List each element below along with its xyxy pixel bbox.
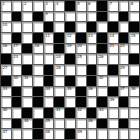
letter-cell[interactable] [33,54,43,64]
clue-number: 42 [77,108,82,112]
letter-cell[interactable] [54,12,64,22]
letter-cell[interactable] [12,22,22,32]
blocked-cell [54,44,64,54]
blocked-cell [1,54,11,64]
clue-number: 7 [109,2,111,6]
clue-number: 40 [3,108,8,112]
letter-cell[interactable] [22,33,32,43]
letter-cell[interactable]: 5 [76,1,86,11]
blocked-cell [97,119,107,129]
clue-number: 47 [3,130,8,134]
letter-cell[interactable] [97,87,107,97]
blocked-cell [12,87,22,97]
letter-cell[interactable] [119,22,129,32]
clue-number: 45 [45,119,50,123]
clue-number: 21 [109,44,114,48]
blocked-cell [33,119,43,129]
letter-cell[interactable] [54,129,64,139]
letter-cell[interactable] [54,119,64,129]
blocked-cell [12,12,22,22]
blocked-cell [54,33,64,43]
clue-number: 23 [13,55,18,59]
blocked-cell [97,1,107,11]
letter-cell[interactable] [44,97,54,107]
clue-number: 10 [3,23,8,27]
clue-number: 2 [24,2,26,6]
letter-cell[interactable] [1,33,11,43]
clue-number: 28 [56,66,61,70]
clue-number: 25 [77,55,82,59]
blocked-cell [1,76,11,86]
letter-cell[interactable] [33,108,43,118]
letter-cell[interactable] [87,44,97,54]
clue-number: 20 [77,44,82,48]
clue-number: 36 [88,87,93,91]
letter-cell[interactable]: 37 [119,87,129,97]
clue-number: 11 [45,34,50,38]
blocked-cell [76,87,86,97]
blocked-cell [65,129,75,139]
clue-number: 37 [120,87,125,91]
crossword-grid: 1234567891011121314151617181920212223242… [0,0,140,140]
letter-cell[interactable]: 16 [1,44,11,54]
letter-cell[interactable] [12,129,22,139]
letter-cell[interactable] [129,97,139,107]
letter-cell[interactable] [22,87,32,97]
letter-cell[interactable] [44,44,54,54]
letter-cell[interactable] [65,12,75,22]
letter-cell[interactable] [22,54,32,64]
blocked-cell [12,33,22,43]
letter-cell[interactable] [76,76,86,86]
letter-cell[interactable] [33,1,43,11]
letter-cell[interactable]: 30 [12,76,22,86]
letter-cell[interactable]: 34 [44,87,54,97]
clue-number: 46 [88,119,93,123]
letter-cell[interactable] [108,129,118,139]
blocked-cell [44,108,54,118]
letter-cell[interactable] [97,22,107,32]
clue-number: 33 [3,87,8,91]
letter-cell[interactable]: 8 [129,1,139,11]
letter-cell[interactable] [119,54,129,64]
letter-cell[interactable] [87,97,97,107]
letter-cell[interactable] [54,76,64,86]
letter-cell[interactable] [108,54,118,64]
letter-cell[interactable]: 33 [1,87,11,97]
clue-number: 4 [56,2,58,6]
letter-cell[interactable]: 31 [22,76,32,86]
letter-cell[interactable]: 49 [76,129,86,139]
letter-cell[interactable]: 28 [54,65,64,75]
letter-cell[interactable] [97,65,107,75]
letter-cell[interactable]: 24 [54,54,64,64]
clue-number: 27 [3,66,8,70]
letter-cell[interactable] [119,1,129,11]
blocked-cell [12,97,22,107]
letter-cell[interactable]: 22 [119,44,129,54]
blocked-cell [87,22,97,32]
blocked-cell [33,12,43,22]
blocked-cell [97,33,107,43]
letter-cell[interactable] [22,129,32,139]
blocked-cell [87,76,97,86]
letter-cell[interactable] [65,119,75,129]
letter-cell[interactable]: 14 [108,33,118,43]
blocked-cell [44,76,54,86]
clue-number: 34 [45,87,50,91]
letter-cell[interactable] [22,97,32,107]
blocked-cell [97,44,107,54]
blocked-cell [76,97,86,107]
letter-cell[interactable]: 19 [65,44,75,54]
letter-cell[interactable]: 12 [65,33,75,43]
clue-number: 13 [88,34,93,38]
letter-cell[interactable]: 35 [65,87,75,97]
blocked-cell [33,97,43,107]
blocked-cell [22,44,32,54]
clue-number: 22 [120,44,125,48]
clue-number: 19 [67,44,72,48]
letter-cell[interactable] [1,97,11,107]
clue-number: 44 [24,119,29,123]
letter-cell[interactable]: 29 [119,65,129,75]
blocked-cell [76,33,86,43]
letter-cell[interactable] [129,108,139,118]
letter-cell[interactable]: 7 [108,1,118,11]
letter-cell[interactable]: 6 [87,1,97,11]
clue-number: 9 [45,12,47,16]
letter-cell[interactable]: 15 [129,33,139,43]
letter-cell[interactable] [44,54,54,64]
letter-cell[interactable] [12,65,22,75]
letter-cell[interactable] [1,119,11,129]
blocked-cell [65,108,75,118]
letter-cell[interactable] [108,12,118,22]
clue-number: 18 [35,44,40,48]
letter-cell[interactable]: 9 [44,12,54,22]
letter-cell[interactable]: 18 [33,44,43,54]
blocked-cell [119,119,129,129]
clue-number: 14 [109,34,114,38]
letter-cell[interactable] [129,119,139,129]
letter-cell[interactable]: 48 [44,129,54,139]
blocked-cell [97,12,107,22]
blocked-cell [33,33,43,43]
letter-cell[interactable] [119,108,129,118]
letter-cell[interactable] [76,65,86,75]
blocked-cell [119,33,129,43]
letter-cell[interactable] [108,119,118,129]
blocked-cell [108,22,118,32]
clue-number: 31 [24,76,29,80]
letter-cell[interactable] [65,97,75,107]
letter-cell[interactable] [33,22,43,32]
clue-number: 43 [99,108,104,112]
clue-number: 3 [45,2,47,6]
letter-cell[interactable] [12,1,22,11]
letter-cell[interactable] [22,22,32,32]
blocked-cell [108,65,118,75]
blocked-cell [65,1,75,11]
letter-cell[interactable]: 42 [76,108,86,118]
letter-cell[interactable]: 40 [1,108,11,118]
clue-number: 1 [3,2,5,6]
clue-number: 38 [131,87,136,91]
letter-cell[interactable]: 44 [22,119,32,129]
blocked-cell [33,129,43,139]
clue-number: 29 [120,66,125,70]
letter-cell[interactable] [87,12,97,22]
clue-number: 6 [88,2,90,6]
letter-cell[interactable]: 25 [76,54,86,64]
clue-number: 30 [13,76,18,80]
blocked-cell [97,97,107,107]
letter-cell[interactable] [108,76,118,86]
clue-number: 16 [3,44,8,48]
letter-cell[interactable]: 38 [129,87,139,97]
blocked-cell [12,119,22,129]
blocked-cell [54,97,64,107]
clue-number: 49 [77,130,82,134]
letter-cell[interactable]: 36 [87,87,97,97]
blocked-cell [44,65,54,75]
letter-cell[interactable]: 45 [44,119,54,129]
letter-cell[interactable] [129,129,139,139]
clue-number: 35 [67,87,72,91]
letter-cell[interactable] [76,119,86,129]
letter-cell[interactable]: 39 [108,97,118,107]
blocked-cell [44,22,54,32]
letter-cell[interactable]: 11 [44,33,54,43]
letter-cell[interactable] [129,44,139,54]
letter-cell[interactable] [108,108,118,118]
letter-cell[interactable]: 46 [87,119,97,129]
letter-cell[interactable] [1,12,11,22]
blocked-cell [129,76,139,86]
letter-cell[interactable]: 41 [54,108,64,118]
letter-cell[interactable] [119,129,129,139]
clue-number: 26 [99,55,104,59]
letter-cell[interactable] [33,76,43,86]
clue-number: 24 [56,55,61,59]
clue-number: 12 [67,34,72,38]
letter-cell[interactable] [129,65,139,75]
blocked-cell [22,108,32,118]
letter-cell[interactable]: 3 [44,1,54,11]
letter-cell[interactable] [76,22,86,32]
letter-cell[interactable]: 23 [12,54,22,64]
clue-number: 48 [45,130,50,134]
clue-number: 17 [13,44,18,48]
letter-cell[interactable] [65,65,75,75]
blocked-cell [129,22,139,32]
blocked-cell [65,76,75,86]
blocked-cell [65,54,75,64]
blocked-cell [108,87,118,97]
letter-cell[interactable] [54,22,64,32]
letter-cell[interactable]: 47 [1,129,11,139]
letter-cell[interactable]: 20 [76,44,86,54]
letter-cell[interactable]: 21 [108,44,118,54]
clue-number: 8 [131,2,133,6]
letter-cell[interactable] [97,129,107,139]
letter-cell[interactable]: 26 [97,54,107,64]
letter-cell[interactable] [87,129,97,139]
letter-cell[interactable] [87,54,97,64]
clue-number: 41 [56,108,61,112]
letter-cell[interactable] [33,65,43,75]
letter-cell[interactable]: 2 [22,1,32,11]
clue-number: 15 [131,34,136,38]
letter-cell[interactable]: 4 [54,1,64,11]
clue-number: 39 [109,98,114,102]
letter-cell[interactable]: 13 [87,33,97,43]
blocked-cell [22,65,32,75]
letter-cell[interactable] [54,87,64,97]
letter-cell[interactable] [119,76,129,86]
letter-cell[interactable]: 32 [97,76,107,86]
letter-cell[interactable] [76,12,86,22]
crossword-app: 1234567891011121314151617181920212223242… [0,0,140,140]
letter-cell[interactable] [22,12,32,22]
blocked-cell [119,12,129,22]
blocked-cell [87,65,97,75]
letter-cell[interactable] [129,12,139,22]
letter-cell[interactable]: 27 [1,65,11,75]
blocked-cell [65,22,75,32]
letter-cell[interactable]: 17 [12,44,22,54]
blocked-cell [119,97,129,107]
blocked-cell [33,87,43,97]
clue-number: 32 [99,76,104,80]
letter-cell[interactable]: 1 [1,1,11,11]
blocked-cell [129,54,139,64]
letter-cell[interactable] [12,108,22,118]
letter-cell[interactable]: 10 [1,22,11,32]
letter-cell[interactable]: 43 [97,108,107,118]
clue-number: 5 [77,2,79,6]
blocked-cell [87,108,97,118]
